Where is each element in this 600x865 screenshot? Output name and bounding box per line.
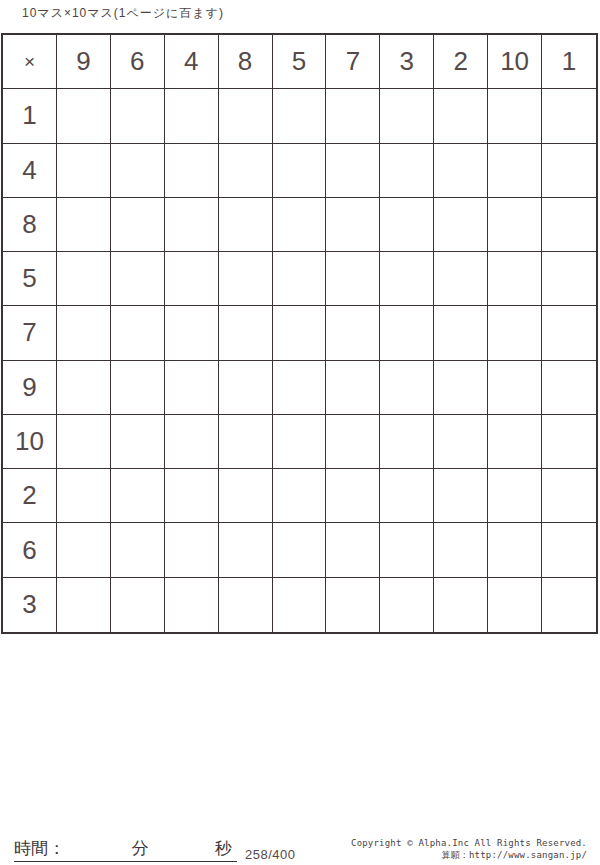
answer-cell bbox=[219, 361, 273, 415]
answer-cell bbox=[165, 469, 219, 523]
time-label: 時間： bbox=[14, 837, 65, 860]
row-header-cell: 10 bbox=[3, 415, 57, 469]
answer-cell bbox=[326, 361, 380, 415]
answer-cell bbox=[326, 306, 380, 360]
answer-cell bbox=[380, 578, 434, 632]
answer-cell bbox=[219, 578, 273, 632]
answer-cell bbox=[273, 306, 327, 360]
col-header-cell: 1 bbox=[542, 35, 596, 89]
answer-cell bbox=[326, 252, 380, 306]
answer-cell bbox=[434, 198, 488, 252]
answer-cell bbox=[542, 89, 596, 143]
page-number: 258/400 bbox=[245, 847, 296, 862]
answer-cell bbox=[380, 469, 434, 523]
worksheet-page: 10マス×10マス(1ページに百ます) ×9648573210114857910… bbox=[0, 0, 600, 865]
answer-cell bbox=[380, 89, 434, 143]
answer-cell bbox=[273, 89, 327, 143]
answer-cell bbox=[273, 415, 327, 469]
answer-cell bbox=[165, 306, 219, 360]
answer-cell bbox=[488, 523, 542, 577]
row-header-cell: 7 bbox=[3, 306, 57, 360]
answer-cell bbox=[57, 198, 111, 252]
answer-cell bbox=[326, 198, 380, 252]
worksheet-title: 10マス×10マス(1ページに百ます) bbox=[22, 5, 224, 22]
answer-cell bbox=[380, 198, 434, 252]
answer-cell bbox=[434, 89, 488, 143]
answer-cell bbox=[165, 415, 219, 469]
answer-cell bbox=[57, 252, 111, 306]
row-header-cell: 6 bbox=[3, 523, 57, 577]
answer-cell bbox=[57, 469, 111, 523]
answer-cell bbox=[111, 523, 165, 577]
answer-cell bbox=[273, 252, 327, 306]
answer-cell bbox=[434, 144, 488, 198]
answer-cell bbox=[326, 469, 380, 523]
time-entry-line: 時間： 分 秒 bbox=[14, 839, 237, 862]
site-url: 算願：http://www.sangan.jp/ bbox=[351, 849, 587, 861]
answer-cell bbox=[434, 252, 488, 306]
answer-cell bbox=[326, 415, 380, 469]
row-header-cell: 8 bbox=[3, 198, 57, 252]
answer-cell bbox=[380, 306, 434, 360]
answer-cell bbox=[434, 578, 488, 632]
col-header-cell: 3 bbox=[380, 35, 434, 89]
answer-cell bbox=[488, 306, 542, 360]
answer-cell bbox=[57, 306, 111, 360]
minutes-label: 分 bbox=[132, 837, 149, 860]
answer-cell bbox=[542, 523, 596, 577]
answer-cell bbox=[57, 361, 111, 415]
col-header-cell: 9 bbox=[57, 35, 111, 89]
answer-cell bbox=[542, 306, 596, 360]
answer-cell bbox=[165, 144, 219, 198]
answer-cell bbox=[165, 578, 219, 632]
answer-cell bbox=[542, 578, 596, 632]
answer-cell bbox=[219, 144, 273, 198]
answer-cell bbox=[219, 198, 273, 252]
answer-cell bbox=[57, 578, 111, 632]
answer-cell bbox=[57, 415, 111, 469]
answer-cell bbox=[111, 144, 165, 198]
answer-cell bbox=[326, 89, 380, 143]
answer-cell bbox=[273, 144, 327, 198]
answer-cell bbox=[326, 144, 380, 198]
copyright-block: Copyright © Alpha.Inc All Rights Reserve… bbox=[351, 837, 587, 861]
answer-cell bbox=[273, 469, 327, 523]
answer-cell bbox=[57, 89, 111, 143]
answer-cell bbox=[488, 89, 542, 143]
answer-cell bbox=[542, 415, 596, 469]
answer-cell bbox=[434, 523, 488, 577]
row-header-cell: 4 bbox=[3, 144, 57, 198]
answer-cell bbox=[111, 89, 165, 143]
col-header-cell: 2 bbox=[434, 35, 488, 89]
answer-cell bbox=[273, 198, 327, 252]
answer-cell bbox=[219, 89, 273, 143]
answer-cell bbox=[380, 252, 434, 306]
col-header-cell: 7 bbox=[326, 35, 380, 89]
answer-cell bbox=[434, 306, 488, 360]
answer-cell bbox=[219, 252, 273, 306]
multiplication-grid: ×9648573210114857910263 bbox=[1, 33, 598, 634]
operator-cell: × bbox=[3, 35, 57, 89]
answer-cell bbox=[488, 415, 542, 469]
answer-cell bbox=[488, 144, 542, 198]
row-header-cell: 2 bbox=[3, 469, 57, 523]
answer-cell bbox=[111, 252, 165, 306]
answer-cell bbox=[111, 306, 165, 360]
answer-cell bbox=[380, 361, 434, 415]
answer-cell bbox=[165, 198, 219, 252]
answer-cell bbox=[111, 469, 165, 523]
answer-cell bbox=[273, 361, 327, 415]
answer-cell bbox=[488, 578, 542, 632]
answer-cell bbox=[219, 523, 273, 577]
row-header-cell: 3 bbox=[3, 578, 57, 632]
col-header-cell: 10 bbox=[488, 35, 542, 89]
answer-cell bbox=[57, 523, 111, 577]
answer-cell bbox=[219, 306, 273, 360]
answer-cell bbox=[542, 361, 596, 415]
answer-cell bbox=[273, 578, 327, 632]
answer-cell bbox=[434, 469, 488, 523]
answer-cell bbox=[111, 361, 165, 415]
answer-cell bbox=[165, 523, 219, 577]
row-header-cell: 5 bbox=[3, 252, 57, 306]
answer-cell bbox=[165, 89, 219, 143]
row-header-cell: 1 bbox=[3, 89, 57, 143]
answer-cell bbox=[542, 252, 596, 306]
answer-cell bbox=[326, 578, 380, 632]
answer-cell bbox=[165, 252, 219, 306]
answer-cell bbox=[57, 144, 111, 198]
answer-cell bbox=[488, 198, 542, 252]
answer-cell bbox=[542, 144, 596, 198]
row-header-cell: 9 bbox=[3, 361, 57, 415]
answer-cell bbox=[380, 415, 434, 469]
answer-cell bbox=[488, 361, 542, 415]
answer-cell bbox=[380, 144, 434, 198]
col-header-cell: 4 bbox=[165, 35, 219, 89]
seconds-label: 秒 bbox=[215, 837, 232, 860]
answer-cell bbox=[542, 198, 596, 252]
col-header-cell: 8 bbox=[219, 35, 273, 89]
answer-cell bbox=[434, 415, 488, 469]
col-header-cell: 6 bbox=[111, 35, 165, 89]
answer-cell bbox=[111, 198, 165, 252]
answer-cell bbox=[434, 361, 488, 415]
answer-cell bbox=[273, 523, 327, 577]
answer-cell bbox=[111, 578, 165, 632]
answer-cell bbox=[111, 415, 165, 469]
answer-cell bbox=[542, 469, 596, 523]
answer-cell bbox=[380, 523, 434, 577]
answer-cell bbox=[219, 469, 273, 523]
answer-cell bbox=[326, 523, 380, 577]
answer-cell bbox=[488, 469, 542, 523]
copyright-text: Copyright © Alpha.Inc All Rights Reserve… bbox=[351, 837, 587, 849]
col-header-cell: 5 bbox=[273, 35, 327, 89]
answer-cell bbox=[219, 415, 273, 469]
answer-cell bbox=[165, 361, 219, 415]
answer-cell bbox=[488, 252, 542, 306]
